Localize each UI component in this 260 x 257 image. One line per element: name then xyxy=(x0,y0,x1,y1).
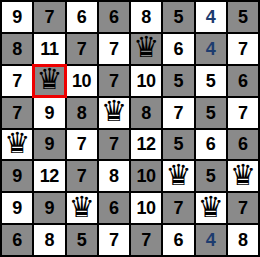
board-cell[interactable]: 4 xyxy=(196,225,226,255)
board-cell[interactable]: 8 xyxy=(2,34,32,64)
cell-heuristic-value: 8 xyxy=(12,40,22,58)
cell-heuristic-value: 10 xyxy=(137,167,156,185)
board-cell[interactable]: ♛ xyxy=(99,98,129,128)
board-cell[interactable]: ♛ xyxy=(131,34,161,64)
board-cell[interactable]: 5 xyxy=(163,66,193,96)
cell-heuristic-value: 5 xyxy=(206,167,216,185)
board-cell[interactable]: ♛ xyxy=(163,161,193,191)
board-cell[interactable]: 7 xyxy=(99,130,129,160)
board-cell[interactable]: ♛ xyxy=(196,193,226,223)
board-cell[interactable]: 6 xyxy=(163,34,193,64)
board-cell[interactable]: 5 xyxy=(163,2,193,32)
board-cell[interactable]: 6 xyxy=(163,225,193,255)
board-cell[interactable]: ♛ xyxy=(2,130,32,160)
cell-heuristic-value: 5 xyxy=(174,8,184,26)
board-cell[interactable]: 4 xyxy=(196,2,226,32)
cell-heuristic-value: 9 xyxy=(12,167,22,185)
cell-heuristic-value: 5 xyxy=(174,72,184,90)
black-queen-piece: ♛ xyxy=(198,193,224,222)
cell-heuristic-value: 9 xyxy=(45,135,55,153)
board-cell[interactable]: 10 xyxy=(131,193,161,223)
cell-heuristic-value: 8 xyxy=(141,8,151,26)
cell-heuristic-value: 10 xyxy=(137,199,156,217)
cell-heuristic-value: 5 xyxy=(238,8,248,26)
cell-heuristic-value: 7 xyxy=(174,104,184,122)
board-cell[interactable]: 6 xyxy=(99,193,129,223)
board-cell[interactable]: 7 xyxy=(99,34,129,64)
cell-heuristic-value: 10 xyxy=(72,72,91,90)
cell-heuristic-value: 8 xyxy=(77,104,87,122)
board-cell[interactable]: 7 xyxy=(2,66,32,96)
cell-heuristic-value: 7 xyxy=(109,135,119,153)
cell-heuristic-value: 7 xyxy=(141,231,151,249)
cell-heuristic-value: 4 xyxy=(206,8,216,26)
board-cell[interactable]: 9 xyxy=(2,193,32,223)
black-queen-piece: ♛ xyxy=(4,129,30,158)
board-cell[interactable]: 11 xyxy=(34,34,64,64)
cell-heuristic-value: 8 xyxy=(141,104,151,122)
board-cell[interactable]: 7 xyxy=(99,66,129,96)
cell-heuristic-value: 9 xyxy=(45,199,55,217)
board-cell[interactable]: 7 xyxy=(228,98,258,128)
board-cell[interactable]: 7 xyxy=(2,98,32,128)
cell-heuristic-value: 6 xyxy=(109,8,119,26)
cell-heuristic-value: 9 xyxy=(45,104,55,122)
board-cell[interactable]: 7 xyxy=(67,34,97,64)
cell-heuristic-value: 12 xyxy=(40,167,59,185)
board-cell[interactable]: ♛ xyxy=(228,161,258,191)
cell-heuristic-value: 7 xyxy=(238,104,248,122)
board-cell[interactable]: 6 xyxy=(99,2,129,32)
board-cell[interactable]: 5 xyxy=(196,66,226,96)
cell-heuristic-value: 6 xyxy=(238,135,248,153)
board-cell[interactable]: 6 xyxy=(228,66,258,96)
board-cell[interactable]: 10 xyxy=(131,161,161,191)
black-queen-piece: ♛ xyxy=(230,161,256,190)
board-cell[interactable]: 9 xyxy=(34,130,64,160)
cell-heuristic-value: 4 xyxy=(206,40,216,58)
board-cell[interactable]: 12 xyxy=(34,161,64,191)
board-cell[interactable]: 7 xyxy=(228,34,258,64)
board-cell[interactable]: 9 xyxy=(34,193,64,223)
board-cell[interactable]: 7 xyxy=(131,225,161,255)
cell-heuristic-value: 7 xyxy=(174,199,184,217)
board-cell[interactable]: 9 xyxy=(34,98,64,128)
board-cell[interactable]: 8 xyxy=(67,98,97,128)
cell-heuristic-value: 6 xyxy=(174,231,184,249)
board-cell[interactable]: ♛ xyxy=(67,193,97,223)
cell-heuristic-value: 7 xyxy=(12,104,22,122)
board-cell[interactable]: 9 xyxy=(2,161,32,191)
cell-heuristic-value: 10 xyxy=(137,72,156,90)
board-cell[interactable]: 5 xyxy=(196,161,226,191)
cell-heuristic-value: 6 xyxy=(109,199,119,217)
board-cell[interactable]: 6 xyxy=(2,225,32,255)
cell-heuristic-value: 7 xyxy=(45,8,55,26)
cell-heuristic-value: 5 xyxy=(206,72,216,90)
cell-heuristic-value: 8 xyxy=(238,231,248,249)
board-cell[interactable]: 8 xyxy=(99,161,129,191)
board-cell[interactable]: 7 xyxy=(163,193,193,223)
cell-heuristic-value: 7 xyxy=(109,72,119,90)
cell-heuristic-value: 6 xyxy=(12,231,22,249)
board-cell[interactable]: 6 xyxy=(67,2,97,32)
black-queen-piece: ♛ xyxy=(69,193,95,222)
board-cell[interactable]: 8 xyxy=(34,225,64,255)
black-queen-piece: ♛ xyxy=(101,97,127,126)
board-cell[interactable]: 7 xyxy=(99,225,129,255)
cell-heuristic-value: 7 xyxy=(238,40,248,58)
board-cell[interactable]: 5 xyxy=(228,2,258,32)
board-cell[interactable]: 10 xyxy=(131,66,161,96)
black-queen-piece: ♛ xyxy=(133,33,159,62)
cell-heuristic-value: 7 xyxy=(109,40,119,58)
board-cell[interactable]: 8 xyxy=(131,2,161,32)
cell-heuristic-value: 5 xyxy=(77,231,87,249)
cell-heuristic-value: 7 xyxy=(77,40,87,58)
cell-heuristic-value: 7 xyxy=(12,72,22,90)
black-queen-piece: ♛ xyxy=(165,161,191,190)
cell-heuristic-value: 5 xyxy=(206,104,216,122)
board-cell[interactable]: 6 xyxy=(196,130,226,160)
board-cell[interactable]: 7 xyxy=(34,2,64,32)
board-cell[interactable]: 7 xyxy=(228,193,258,223)
board-cell[interactable]: ♛ xyxy=(34,66,64,96)
cell-heuristic-value: 8 xyxy=(45,231,55,249)
board-cell[interactable]: 5 xyxy=(163,130,193,160)
board-grid: 9766854581177♛6477♛10710556798♛8757♛9771… xyxy=(0,0,260,257)
cell-heuristic-value: 7 xyxy=(109,231,119,249)
cell-heuristic-value: 9 xyxy=(12,199,22,217)
board-cell[interactable]: 9 xyxy=(2,2,32,32)
board-cell[interactable]: 10 xyxy=(67,66,97,96)
board-cell[interactable]: 5 xyxy=(67,225,97,255)
board-cell[interactable]: 6 xyxy=(228,130,258,160)
cell-heuristic-value: 6 xyxy=(174,40,184,58)
board-cell[interactable]: 7 xyxy=(163,98,193,128)
board-cell[interactable]: 5 xyxy=(196,98,226,128)
board-cell[interactable]: 8 xyxy=(131,98,161,128)
cell-heuristic-value: 9 xyxy=(12,8,22,26)
cell-heuristic-value: 6 xyxy=(206,135,216,153)
cell-heuristic-value: 12 xyxy=(137,135,156,153)
cell-heuristic-value: 7 xyxy=(77,167,87,185)
board-cell[interactable]: 8 xyxy=(228,225,258,255)
cell-heuristic-value: 6 xyxy=(77,8,87,26)
board-cell[interactable]: 4 xyxy=(196,34,226,64)
black-queen-piece: ♛ xyxy=(36,65,62,94)
board-cell[interactable]: 7 xyxy=(67,130,97,160)
board-cell[interactable]: 7 xyxy=(67,161,97,191)
cell-heuristic-value: 4 xyxy=(206,231,216,249)
cell-heuristic-value: 6 xyxy=(238,72,248,90)
board-cell[interactable]: 12 xyxy=(131,130,161,160)
cell-heuristic-value: 8 xyxy=(109,167,119,185)
cell-heuristic-value: 7 xyxy=(77,135,87,153)
cell-heuristic-value: 5 xyxy=(174,135,184,153)
cell-heuristic-value: 11 xyxy=(40,40,58,58)
cell-heuristic-value: 7 xyxy=(238,199,248,217)
